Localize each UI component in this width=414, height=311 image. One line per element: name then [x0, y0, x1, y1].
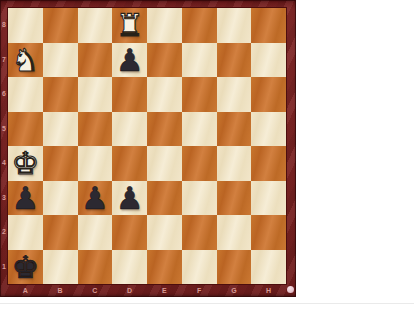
square-h5[interactable] — [251, 112, 286, 147]
square-e1[interactable] — [147, 250, 182, 285]
square-c5[interactable] — [78, 112, 113, 147]
square-f3[interactable] — [182, 181, 217, 216]
square-e2[interactable] — [147, 215, 182, 250]
square-a5[interactable] — [8, 112, 43, 147]
white-knight-a7[interactable]: ♞ — [11, 43, 39, 78]
square-f7[interactable] — [182, 43, 217, 78]
square-c2[interactable] — [78, 215, 113, 250]
page-divider-line — [0, 303, 414, 304]
square-d7[interactable]: ♟ — [112, 43, 147, 78]
square-d1[interactable] — [112, 250, 147, 285]
black-pawn-d3[interactable]: ♟ — [116, 181, 144, 216]
square-h2[interactable] — [251, 215, 286, 250]
square-e8[interactable] — [147, 8, 182, 43]
square-g7[interactable] — [217, 43, 252, 78]
square-f4[interactable] — [182, 146, 217, 181]
file-label-a: A — [8, 285, 43, 296]
square-b3[interactable] — [43, 181, 78, 216]
square-a8[interactable] — [8, 8, 43, 43]
square-h8[interactable] — [251, 8, 286, 43]
square-b7[interactable] — [43, 43, 78, 78]
rank-label-3: 3 — [0, 181, 8, 216]
square-f5[interactable] — [182, 112, 217, 147]
file-label-f: F — [182, 285, 217, 296]
square-b5[interactable] — [43, 112, 78, 147]
square-d5[interactable] — [112, 112, 147, 147]
rank-label-1: 1 — [0, 250, 8, 285]
square-b2[interactable] — [43, 215, 78, 250]
white-rook-d8[interactable]: ♜ — [116, 8, 144, 43]
square-g1[interactable] — [217, 250, 252, 285]
square-e5[interactable] — [147, 112, 182, 147]
rank-label-4: 4 — [0, 146, 8, 181]
square-h6[interactable] — [251, 77, 286, 112]
square-g5[interactable] — [217, 112, 252, 147]
rank-label-2: 2 — [0, 215, 8, 250]
square-e3[interactable] — [147, 181, 182, 216]
square-e4[interactable] — [147, 146, 182, 181]
square-g2[interactable] — [217, 215, 252, 250]
square-h1[interactable] — [251, 250, 286, 285]
black-pawn-a3[interactable]: ♟ — [11, 181, 39, 216]
square-d2[interactable] — [112, 215, 147, 250]
square-f2[interactable] — [182, 215, 217, 250]
file-label-c: C — [78, 285, 113, 296]
square-g8[interactable] — [217, 8, 252, 43]
square-a1[interactable]: ♚ — [8, 250, 43, 285]
square-d4[interactable] — [112, 146, 147, 181]
square-b4[interactable] — [43, 146, 78, 181]
square-g3[interactable] — [217, 181, 252, 216]
file-label-b: B — [43, 285, 78, 296]
square-a7[interactable]: ♞ — [8, 43, 43, 78]
square-c3[interactable]: ♟ — [78, 181, 113, 216]
square-e7[interactable] — [147, 43, 182, 78]
white-king-a4[interactable]: ♚ — [11, 146, 39, 181]
file-label-g: G — [217, 285, 252, 296]
file-label-d: D — [112, 285, 147, 296]
rank-label-7: 7 — [0, 43, 8, 78]
square-h4[interactable] — [251, 146, 286, 181]
chess-board: ♜♞♟♚♟♟♟♚ 87654321ABCDEFGH — [0, 0, 296, 297]
square-a6[interactable] — [8, 77, 43, 112]
square-d8[interactable]: ♜ — [112, 8, 147, 43]
square-f8[interactable] — [182, 8, 217, 43]
square-d3[interactable]: ♟ — [112, 181, 147, 216]
square-f1[interactable] — [182, 250, 217, 285]
square-h3[interactable] — [251, 181, 286, 216]
turn-indicator-dot — [287, 286, 294, 293]
square-h7[interactable] — [251, 43, 286, 78]
rank-label-6: 6 — [0, 77, 8, 112]
square-c6[interactable] — [78, 77, 113, 112]
square-b8[interactable] — [43, 8, 78, 43]
square-b1[interactable] — [43, 250, 78, 285]
black-pawn-c3[interactable]: ♟ — [81, 181, 109, 216]
square-b6[interactable] — [43, 77, 78, 112]
square-c1[interactable] — [78, 250, 113, 285]
square-a4[interactable]: ♚ — [8, 146, 43, 181]
rank-label-5: 5 — [0, 112, 8, 147]
square-f6[interactable] — [182, 77, 217, 112]
square-g6[interactable] — [217, 77, 252, 112]
square-e6[interactable] — [147, 77, 182, 112]
page: ♜♞♟♚♟♟♟♚ 87654321ABCDEFGH — [0, 0, 414, 311]
board-grid: ♜♞♟♚♟♟♟♚ — [8, 8, 286, 284]
black-king-a1[interactable]: ♚ — [11, 250, 39, 285]
square-a3[interactable]: ♟ — [8, 181, 43, 216]
file-label-h: H — [251, 285, 286, 296]
file-label-e: E — [147, 285, 182, 296]
square-g4[interactable] — [217, 146, 252, 181]
black-pawn-d7[interactable]: ♟ — [116, 43, 144, 78]
square-a2[interactable] — [8, 215, 43, 250]
rank-label-8: 8 — [0, 8, 8, 43]
square-d6[interactable] — [112, 77, 147, 112]
square-c8[interactable] — [78, 8, 113, 43]
square-c7[interactable] — [78, 43, 113, 78]
square-c4[interactable] — [78, 146, 113, 181]
